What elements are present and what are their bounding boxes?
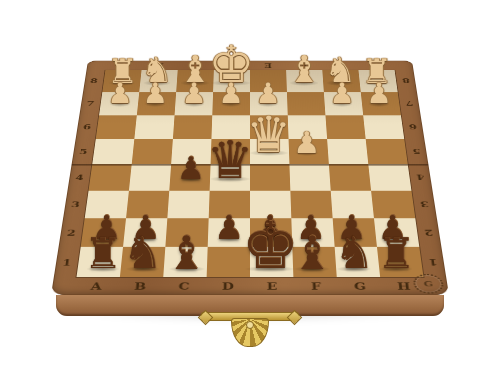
square-g5[interactable]	[327, 139, 368, 164]
rank-label-6: 6	[402, 115, 425, 139]
rank-label-5: 5	[72, 139, 95, 164]
white-pawn-e7[interactable]: ♟	[255, 80, 280, 108]
file-label-A: A	[73, 278, 119, 295]
square-b5[interactable]	[132, 139, 173, 164]
rank-label-2: 2	[59, 218, 84, 247]
white-pawn-a7[interactable]: ♟	[108, 80, 133, 108]
white-pawn-g7[interactable]: ♟	[329, 80, 354, 108]
square-f4[interactable]	[289, 164, 330, 190]
square-c3[interactable]	[167, 191, 209, 219]
square-b4[interactable]	[129, 164, 171, 190]
rank-label-8: 8	[395, 70, 417, 92]
black-pawn-d2[interactable]: ♟	[214, 211, 244, 244]
black-queen-d4[interactable]: ♛	[207, 134, 254, 186]
rank-label-2: 2	[416, 218, 441, 247]
rank-label-1: 1	[54, 247, 80, 277]
black-knight-b1[interactable]: ♞	[123, 231, 162, 275]
square-a4[interactable]	[89, 164, 132, 190]
black-king-e1[interactable]: ♚	[242, 214, 299, 278]
rank-label-8: 8	[83, 70, 105, 92]
file-label-F: F	[294, 278, 339, 295]
white-bishop-f8[interactable]: ♝	[287, 51, 320, 88]
rank-label-3: 3	[63, 191, 88, 219]
square-f7[interactable]	[287, 92, 326, 115]
square-h5[interactable]	[366, 139, 408, 164]
white-pawn-h7[interactable]: ♟	[366, 80, 391, 108]
rank-label-4: 4	[409, 164, 433, 190]
latch-pin	[246, 321, 254, 329]
rank-label-6: 6	[76, 115, 99, 139]
file-label-G: G	[337, 278, 382, 295]
square-a5[interactable]	[92, 139, 134, 164]
rank-label-7: 7	[398, 92, 420, 115]
rank-label-3: 3	[412, 191, 437, 219]
square-g4[interactable]	[329, 164, 371, 190]
file-label-B: B	[117, 278, 162, 295]
product-photo-scene: 87654321 87654321 ABCDEFGH ABCDEFGH G ♜♞…	[0, 0, 500, 375]
black-knight-g1[interactable]: ♞	[335, 231, 374, 275]
black-rook-a1[interactable]: ♜	[84, 233, 122, 275]
rank-label-5: 5	[405, 139, 428, 164]
rank-label-4: 4	[67, 164, 91, 190]
square-b6[interactable]	[134, 115, 174, 139]
file-label-C: C	[162, 278, 207, 295]
square-h6[interactable]	[363, 115, 404, 139]
black-rook-h1[interactable]: ♜	[377, 233, 415, 275]
rank-label-7: 7	[79, 92, 101, 115]
black-bishop-f1[interactable]: ♝	[292, 230, 333, 276]
square-g6[interactable]	[325, 115, 365, 139]
square-h4[interactable]	[368, 164, 411, 190]
square-e4[interactable]	[250, 164, 290, 190]
white-pawn-b7[interactable]: ♟	[143, 80, 168, 108]
file-label-E: E	[250, 61, 286, 70]
white-pawn-f5[interactable]: ♟	[294, 128, 321, 158]
black-pawn-c4[interactable]: ♟	[177, 153, 205, 184]
square-a6[interactable]	[96, 115, 137, 139]
white-pawn-c7[interactable]: ♟	[182, 80, 207, 108]
white-pawn-d7[interactable]: ♟	[219, 80, 244, 108]
black-bishop-c1[interactable]: ♝	[166, 230, 207, 276]
